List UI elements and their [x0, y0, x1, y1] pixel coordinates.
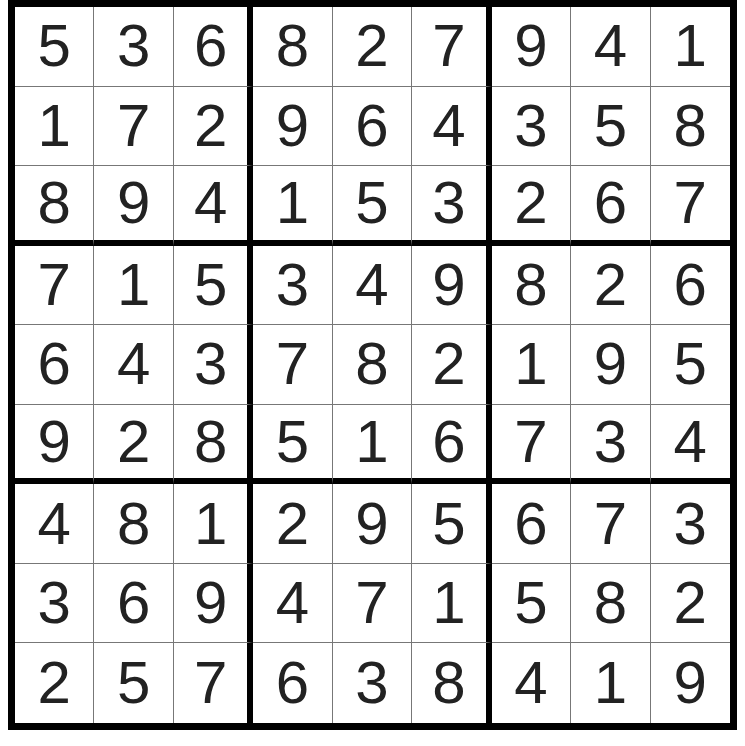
sudoku-cell-r3c1[interactable]: 8	[15, 166, 94, 246]
sudoku-cell-r6c6[interactable]: 6	[412, 405, 491, 485]
sudoku-cell-r8c9[interactable]: 2	[651, 564, 730, 644]
sudoku-cell-r2c8[interactable]: 5	[571, 87, 650, 167]
sudoku-cell-r3c3[interactable]: 4	[174, 166, 253, 246]
sudoku-cell-r5c9[interactable]: 5	[651, 325, 730, 405]
sudoku-cell-r3c4[interactable]: 1	[253, 166, 332, 246]
sudoku-cell-r9c7[interactable]: 4	[492, 643, 571, 723]
sudoku-cell-r6c4[interactable]: 5	[253, 405, 332, 485]
sudoku-cell-r1c1[interactable]: 5	[15, 7, 94, 87]
sudoku-cell-r3c5[interactable]: 5	[333, 166, 412, 246]
sudoku-cell-r4c5[interactable]: 4	[333, 246, 412, 326]
sudoku-cell-r5c6[interactable]: 2	[412, 325, 491, 405]
sudoku-cell-r4c8[interactable]: 2	[571, 246, 650, 326]
sudoku-cell-r8c1[interactable]: 3	[15, 564, 94, 644]
sudoku-cell-r6c2[interactable]: 2	[94, 405, 173, 485]
sudoku-cell-r9c8[interactable]: 1	[571, 643, 650, 723]
sudoku-cell-r4c7[interactable]: 8	[492, 246, 571, 326]
sudoku-cell-r8c4[interactable]: 4	[253, 564, 332, 644]
sudoku-cell-r6c5[interactable]: 1	[333, 405, 412, 485]
sudoku-cell-r7c7[interactable]: 6	[492, 484, 571, 564]
sudoku-cell-r2c7[interactable]: 3	[492, 87, 571, 167]
sudoku-cell-r7c3[interactable]: 1	[174, 484, 253, 564]
sudoku-cell-r2c4[interactable]: 9	[253, 87, 332, 167]
sudoku-cell-r5c7[interactable]: 1	[492, 325, 571, 405]
sudoku-page: 5368279411729643588941532677153498266437…	[0, 0, 745, 746]
sudoku-cell-r4c1[interactable]: 7	[15, 246, 94, 326]
sudoku-cell-r9c5[interactable]: 3	[333, 643, 412, 723]
sudoku-cell-r6c7[interactable]: 7	[492, 405, 571, 485]
sudoku-cell-r4c3[interactable]: 5	[174, 246, 253, 326]
sudoku-cell-r5c5[interactable]: 8	[333, 325, 412, 405]
sudoku-cell-r7c4[interactable]: 2	[253, 484, 332, 564]
sudoku-cell-r1c4[interactable]: 8	[253, 7, 332, 87]
sudoku-cell-r4c2[interactable]: 1	[94, 246, 173, 326]
sudoku-board: 5368279411729643588941532677153498266437…	[8, 0, 737, 730]
sudoku-cell-r8c8[interactable]: 8	[571, 564, 650, 644]
sudoku-cell-r4c6[interactable]: 9	[412, 246, 491, 326]
sudoku-cell-r4c4[interactable]: 3	[253, 246, 332, 326]
sudoku-cell-r8c7[interactable]: 5	[492, 564, 571, 644]
sudoku-cell-r9c2[interactable]: 5	[94, 643, 173, 723]
sudoku-cell-r9c3[interactable]: 7	[174, 643, 253, 723]
sudoku-cell-r5c2[interactable]: 4	[94, 325, 173, 405]
sudoku-cell-r9c9[interactable]: 9	[651, 643, 730, 723]
sudoku-cell-r6c9[interactable]: 4	[651, 405, 730, 485]
sudoku-cell-r3c6[interactable]: 3	[412, 166, 491, 246]
sudoku-cell-r2c1[interactable]: 1	[15, 87, 94, 167]
sudoku-cell-r2c2[interactable]: 7	[94, 87, 173, 167]
sudoku-cell-r9c6[interactable]: 8	[412, 643, 491, 723]
sudoku-cell-r9c1[interactable]: 2	[15, 643, 94, 723]
sudoku-cell-r8c6[interactable]: 1	[412, 564, 491, 644]
sudoku-cell-r7c1[interactable]: 4	[15, 484, 94, 564]
sudoku-cell-r1c9[interactable]: 1	[651, 7, 730, 87]
sudoku-cell-r7c2[interactable]: 8	[94, 484, 173, 564]
sudoku-cell-r5c8[interactable]: 9	[571, 325, 650, 405]
sudoku-cell-r5c3[interactable]: 3	[174, 325, 253, 405]
sudoku-cell-r8c5[interactable]: 7	[333, 564, 412, 644]
sudoku-cell-r2c3[interactable]: 2	[174, 87, 253, 167]
sudoku-cell-r7c8[interactable]: 7	[571, 484, 650, 564]
sudoku-cell-r8c2[interactable]: 6	[94, 564, 173, 644]
sudoku-cell-r1c6[interactable]: 7	[412, 7, 491, 87]
sudoku-cell-r9c4[interactable]: 6	[253, 643, 332, 723]
sudoku-cell-r1c5[interactable]: 2	[333, 7, 412, 87]
sudoku-cell-r1c2[interactable]: 3	[94, 7, 173, 87]
sudoku-cell-r4c9[interactable]: 6	[651, 246, 730, 326]
sudoku-cell-r3c8[interactable]: 6	[571, 166, 650, 246]
sudoku-cell-r7c6[interactable]: 5	[412, 484, 491, 564]
sudoku-cell-r1c8[interactable]: 4	[571, 7, 650, 87]
sudoku-cell-r2c5[interactable]: 6	[333, 87, 412, 167]
sudoku-cell-r6c3[interactable]: 8	[174, 405, 253, 485]
sudoku-cell-r2c9[interactable]: 8	[651, 87, 730, 167]
sudoku-cell-r6c1[interactable]: 9	[15, 405, 94, 485]
sudoku-cell-r6c8[interactable]: 3	[571, 405, 650, 485]
sudoku-cell-r7c5[interactable]: 9	[333, 484, 412, 564]
sudoku-cell-r5c1[interactable]: 6	[15, 325, 94, 405]
sudoku-cell-r2c6[interactable]: 4	[412, 87, 491, 167]
sudoku-cell-r8c3[interactable]: 9	[174, 564, 253, 644]
sudoku-cell-r5c4[interactable]: 7	[253, 325, 332, 405]
sudoku-cell-r1c7[interactable]: 9	[492, 7, 571, 87]
sudoku-cell-r7c9[interactable]: 3	[651, 484, 730, 564]
sudoku-cell-r3c9[interactable]: 7	[651, 166, 730, 246]
sudoku-cell-r3c2[interactable]: 9	[94, 166, 173, 246]
sudoku-cell-r1c3[interactable]: 6	[174, 7, 253, 87]
sudoku-cell-r3c7[interactable]: 2	[492, 166, 571, 246]
